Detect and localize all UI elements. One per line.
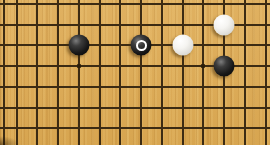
grid-line-h	[0, 107, 270, 109]
black-stone	[68, 35, 89, 56]
grid-line-v	[202, 0, 204, 145]
star-point	[201, 64, 205, 68]
grid-line-v	[265, 0, 267, 145]
board-frame-line	[3, 0, 6, 145]
grid-line-h	[0, 86, 270, 88]
grid-line-v	[78, 0, 80, 145]
grid-line-v	[182, 0, 184, 145]
grid-line-v	[57, 0, 59, 145]
white-stone	[172, 35, 193, 56]
grid-line-v	[16, 0, 18, 145]
grid-line-v	[161, 0, 163, 145]
grid-line-v	[140, 0, 142, 145]
go-board[interactable]	[0, 0, 270, 145]
white-stone	[214, 14, 235, 35]
last-move-marker	[136, 40, 147, 51]
grid-line-h	[0, 3, 270, 5]
grid-line-v	[244, 0, 246, 145]
corner-shadow	[0, 136, 20, 145]
black-stone	[131, 35, 152, 56]
grid-line-h	[0, 127, 270, 129]
black-stone	[214, 56, 235, 77]
grid-line-v	[36, 0, 38, 145]
grid-line-v	[119, 0, 121, 145]
grid-line-v	[99, 0, 101, 145]
star-point	[77, 64, 81, 68]
